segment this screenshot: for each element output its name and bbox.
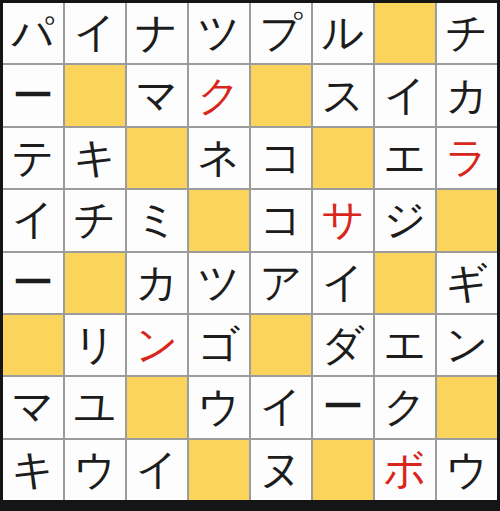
- letter-cell-r3c5[interactable]: サ: [313, 190, 373, 250]
- blocked-cell-r1c4: [251, 65, 311, 125]
- letter-cell-r4c3[interactable]: ツ: [189, 253, 249, 313]
- letter-cell-r5c6[interactable]: エ: [375, 315, 435, 375]
- letter-cell-r5c3[interactable]: ゴ: [189, 315, 249, 375]
- letter-cell-r7c4[interactable]: ヌ: [251, 440, 311, 500]
- letter-cell-r1c6[interactable]: イ: [375, 65, 435, 125]
- letter-cell-r0c5[interactable]: ル: [313, 3, 373, 63]
- letter-cell-r2c1[interactable]: キ: [65, 128, 125, 188]
- blocked-cell-r5c0: [3, 315, 63, 375]
- letter-cell-r0c7[interactable]: チ: [437, 3, 497, 63]
- letter-cell-r7c1[interactable]: ウ: [65, 440, 125, 500]
- letter-cell-r4c2[interactable]: カ: [127, 253, 187, 313]
- letter-cell-r3c1[interactable]: チ: [65, 190, 125, 250]
- letter-cell-r5c2[interactable]: ン: [127, 315, 187, 375]
- blocked-cell-r7c5: [313, 440, 373, 500]
- letter-cell-r3c2[interactable]: ミ: [127, 190, 187, 250]
- letter-cell-r1c5[interactable]: ス: [313, 65, 373, 125]
- letter-cell-r4c0[interactable]: ー: [3, 253, 63, 313]
- blocked-cell-r2c5: [313, 128, 373, 188]
- letter-cell-r6c1[interactable]: ユ: [65, 377, 125, 437]
- letter-cell-r0c0[interactable]: パ: [3, 3, 63, 63]
- letter-cell-r3c4[interactable]: コ: [251, 190, 311, 250]
- letter-cell-r2c4[interactable]: コ: [251, 128, 311, 188]
- crossword-board: パイナツプルチーマクスイカテキネコエライチミコサジーカツアイギリンゴダエンマユウ…: [0, 0, 500, 511]
- letter-cell-r1c0[interactable]: ー: [3, 65, 63, 125]
- letter-cell-r4c5[interactable]: イ: [313, 253, 373, 313]
- letter-cell-r1c7[interactable]: カ: [437, 65, 497, 125]
- letter-cell-r7c0[interactable]: キ: [3, 440, 63, 500]
- blocked-cell-r4c6: [375, 253, 435, 313]
- letter-cell-r2c7[interactable]: ラ: [437, 128, 497, 188]
- letter-cell-r0c1[interactable]: イ: [65, 3, 125, 63]
- blocked-cell-r5c4: [251, 315, 311, 375]
- letter-cell-r6c5[interactable]: ー: [313, 377, 373, 437]
- letter-cell-r6c6[interactable]: ク: [375, 377, 435, 437]
- blocked-cell-r0c6: [375, 3, 435, 63]
- letter-cell-r0c4[interactable]: プ: [251, 3, 311, 63]
- blocked-cell-r4c1: [65, 253, 125, 313]
- blocked-cell-r3c7: [437, 190, 497, 250]
- letter-cell-r1c2[interactable]: マ: [127, 65, 187, 125]
- letter-cell-r6c3[interactable]: ウ: [189, 377, 249, 437]
- letter-cell-r7c7[interactable]: ウ: [437, 440, 497, 500]
- letter-cell-r3c6[interactable]: ジ: [375, 190, 435, 250]
- letter-cell-r6c0[interactable]: マ: [3, 377, 63, 437]
- letter-cell-r1c3[interactable]: ク: [189, 65, 249, 125]
- letter-cell-r2c0[interactable]: テ: [3, 128, 63, 188]
- letter-cell-r0c2[interactable]: ナ: [127, 3, 187, 63]
- letter-cell-r7c2[interactable]: イ: [127, 440, 187, 500]
- letter-cell-r7c6[interactable]: ボ: [375, 440, 435, 500]
- letter-cell-r0c3[interactable]: ツ: [189, 3, 249, 63]
- letter-cell-r5c1[interactable]: リ: [65, 315, 125, 375]
- blocked-cell-r2c2: [127, 128, 187, 188]
- letter-cell-r4c4[interactable]: ア: [251, 253, 311, 313]
- letter-cell-r4c7[interactable]: ギ: [437, 253, 497, 313]
- blocked-cell-r6c7: [437, 377, 497, 437]
- letter-cell-r6c4[interactable]: イ: [251, 377, 311, 437]
- letter-cell-r2c3[interactable]: ネ: [189, 128, 249, 188]
- letter-cell-r5c5[interactable]: ダ: [313, 315, 373, 375]
- letter-cell-r5c7[interactable]: ン: [437, 315, 497, 375]
- blocked-cell-r7c3: [189, 440, 249, 500]
- blocked-cell-r3c3: [189, 190, 249, 250]
- letter-cell-r2c6[interactable]: エ: [375, 128, 435, 188]
- blocked-cell-r6c2: [127, 377, 187, 437]
- letter-cell-r3c0[interactable]: イ: [3, 190, 63, 250]
- blocked-cell-r1c1: [65, 65, 125, 125]
